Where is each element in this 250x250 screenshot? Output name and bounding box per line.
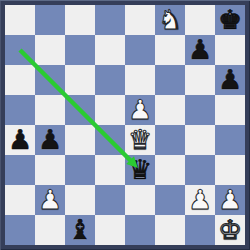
square-h7[interactable]	[215, 35, 245, 65]
square-g7[interactable]: ♟	[185, 35, 215, 65]
square-h2[interactable]: ♟	[215, 185, 245, 215]
square-b5[interactable]	[35, 95, 65, 125]
square-h8[interactable]: ♚	[215, 5, 245, 35]
square-c2[interactable]	[65, 185, 95, 215]
black-pawn-piece[interactable]: ♟	[215, 65, 245, 95]
square-a7[interactable]	[5, 35, 35, 65]
square-c8[interactable]	[65, 5, 95, 35]
black-pawn-piece[interactable]: ♟	[35, 125, 65, 155]
black-king-piece[interactable]: ♚	[215, 5, 245, 35]
square-g8[interactable]	[185, 5, 215, 35]
square-f1[interactable]	[155, 215, 185, 245]
square-b3[interactable]	[35, 155, 65, 185]
square-h6[interactable]: ♟	[215, 65, 245, 95]
black-queen-piece[interactable]: ♛	[125, 155, 155, 185]
square-a3[interactable]	[5, 155, 35, 185]
black-bishop-piece[interactable]: ♝	[65, 215, 95, 245]
white-pawn-piece[interactable]: ♟	[185, 185, 215, 215]
chess-board-frame: ♞♚♟♟♟♟♟♛♛♟♟♟♝♚	[0, 0, 250, 250]
square-b6[interactable]	[35, 65, 65, 95]
white-queen-piece[interactable]: ♛	[125, 125, 155, 155]
square-g2[interactable]: ♟	[185, 185, 215, 215]
black-pawn-piece[interactable]: ♟	[185, 35, 215, 65]
square-g1[interactable]	[185, 215, 215, 245]
square-a1[interactable]	[5, 215, 35, 245]
square-h3[interactable]	[215, 155, 245, 185]
square-f6[interactable]	[155, 65, 185, 95]
square-c7[interactable]	[65, 35, 95, 65]
white-knight-piece[interactable]: ♞	[155, 5, 185, 35]
square-h5[interactable]	[215, 95, 245, 125]
square-d5[interactable]	[95, 95, 125, 125]
square-a5[interactable]	[5, 95, 35, 125]
square-d1[interactable]	[95, 215, 125, 245]
white-pawn-piece[interactable]: ♟	[125, 95, 155, 125]
square-e3[interactable]: ♛	[125, 155, 155, 185]
square-d2[interactable]	[95, 185, 125, 215]
square-d8[interactable]	[95, 5, 125, 35]
chess-board: ♞♚♟♟♟♟♟♛♛♟♟♟♝♚	[5, 5, 245, 245]
square-c3[interactable]	[65, 155, 95, 185]
square-d4[interactable]	[95, 125, 125, 155]
square-g5[interactable]	[185, 95, 215, 125]
square-c5[interactable]	[65, 95, 95, 125]
square-g3[interactable]	[185, 155, 215, 185]
black-pawn-piece[interactable]: ♟	[5, 125, 35, 155]
square-f7[interactable]	[155, 35, 185, 65]
white-pawn-piece[interactable]: ♟	[215, 185, 245, 215]
square-f3[interactable]	[155, 155, 185, 185]
square-c6[interactable]	[65, 65, 95, 95]
white-pawn-piece[interactable]: ♟	[35, 185, 65, 215]
square-f5[interactable]	[155, 95, 185, 125]
square-f8[interactable]: ♞	[155, 5, 185, 35]
square-c4[interactable]	[65, 125, 95, 155]
square-b7[interactable]	[35, 35, 65, 65]
square-e4[interactable]: ♛	[125, 125, 155, 155]
square-b2[interactable]: ♟	[35, 185, 65, 215]
square-e1[interactable]	[125, 215, 155, 245]
square-a8[interactable]	[5, 5, 35, 35]
square-a6[interactable]	[5, 65, 35, 95]
square-g6[interactable]	[185, 65, 215, 95]
square-h4[interactable]	[215, 125, 245, 155]
square-e6[interactable]	[125, 65, 155, 95]
square-f4[interactable]	[155, 125, 185, 155]
square-a2[interactable]	[5, 185, 35, 215]
white-king-piece[interactable]: ♚	[215, 215, 245, 245]
square-a4[interactable]: ♟	[5, 125, 35, 155]
square-d3[interactable]	[95, 155, 125, 185]
square-e5[interactable]: ♟	[125, 95, 155, 125]
square-d7[interactable]	[95, 35, 125, 65]
square-b1[interactable]	[35, 215, 65, 245]
square-f2[interactable]	[155, 185, 185, 215]
square-b8[interactable]	[35, 5, 65, 35]
square-g4[interactable]	[185, 125, 215, 155]
square-e7[interactable]	[125, 35, 155, 65]
square-e8[interactable]	[125, 5, 155, 35]
square-c1[interactable]: ♝	[65, 215, 95, 245]
square-d6[interactable]	[95, 65, 125, 95]
square-h1[interactable]: ♚	[215, 215, 245, 245]
square-b4[interactable]: ♟	[35, 125, 65, 155]
square-e2[interactable]	[125, 185, 155, 215]
